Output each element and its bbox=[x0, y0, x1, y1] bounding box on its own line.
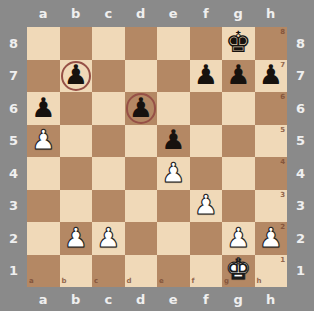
piece-black-pawn[interactable]: ♟ bbox=[31, 94, 55, 121]
file-labels-top: abcdefgh bbox=[27, 0, 287, 27]
rank-label-6: 6 bbox=[287, 92, 314, 125]
square-h4[interactable]: 4 bbox=[255, 157, 288, 190]
square-e6[interactable] bbox=[157, 92, 190, 125]
inner-rank-label-6: 6 bbox=[280, 94, 285, 101]
square-a8[interactable] bbox=[27, 27, 60, 60]
inner-file-label-c: c bbox=[94, 278, 98, 285]
square-d4[interactable] bbox=[125, 157, 158, 190]
square-e8[interactable] bbox=[157, 27, 190, 60]
square-c2[interactable]: ♟ bbox=[92, 222, 125, 255]
square-f4[interactable] bbox=[190, 157, 223, 190]
square-g2[interactable]: ♟ bbox=[222, 222, 255, 255]
square-b7[interactable]: ♟ bbox=[60, 60, 93, 93]
square-e1[interactable]: e bbox=[157, 255, 190, 288]
square-c5[interactable] bbox=[92, 125, 125, 158]
square-f6[interactable] bbox=[190, 92, 223, 125]
piece-black-pawn[interactable]: ♟ bbox=[226, 61, 250, 88]
file-label-f: f bbox=[190, 0, 223, 27]
square-c3[interactable] bbox=[92, 190, 125, 223]
square-a2[interactable] bbox=[27, 222, 60, 255]
square-g4[interactable] bbox=[222, 157, 255, 190]
rank-label-2: 2 bbox=[287, 222, 314, 255]
square-b6[interactable] bbox=[60, 92, 93, 125]
chess-diagram: abcdefgh abcdefgh 87654321 87654321 ♚8♟♟… bbox=[0, 0, 314, 311]
square-e7[interactable] bbox=[157, 60, 190, 93]
square-f1[interactable]: f bbox=[190, 255, 223, 288]
square-e4[interactable]: ♟ bbox=[157, 157, 190, 190]
inner-rank-label-3: 3 bbox=[280, 192, 285, 199]
square-a4[interactable] bbox=[27, 157, 60, 190]
file-label-e: e bbox=[157, 0, 190, 27]
square-h1[interactable]: 1h bbox=[255, 255, 288, 288]
square-e3[interactable] bbox=[157, 190, 190, 223]
square-g8[interactable]: ♚ bbox=[222, 27, 255, 60]
file-label-a: a bbox=[27, 0, 60, 27]
square-d3[interactable] bbox=[125, 190, 158, 223]
rank-label-6: 6 bbox=[0, 92, 27, 125]
inner-file-label-a: a bbox=[29, 278, 34, 285]
rank-label-1: 1 bbox=[287, 255, 314, 288]
square-b3[interactable] bbox=[60, 190, 93, 223]
inner-file-label-f: f bbox=[192, 278, 195, 285]
rank-labels-left: 87654321 bbox=[0, 27, 27, 287]
square-d8[interactable] bbox=[125, 27, 158, 60]
square-f2[interactable] bbox=[190, 222, 223, 255]
square-h8[interactable]: 8 bbox=[255, 27, 288, 60]
square-b4[interactable] bbox=[60, 157, 93, 190]
piece-white-pawn[interactable]: ♟ bbox=[259, 224, 283, 251]
rank-label-5: 5 bbox=[0, 125, 27, 158]
square-d2[interactable] bbox=[125, 222, 158, 255]
square-d6[interactable]: ♟ bbox=[125, 92, 158, 125]
square-c7[interactable] bbox=[92, 60, 125, 93]
square-c6[interactable] bbox=[92, 92, 125, 125]
square-a5[interactable]: ♟ bbox=[27, 125, 60, 158]
rank-label-3: 3 bbox=[0, 190, 27, 223]
file-label-e: e bbox=[157, 287, 190, 311]
square-h3[interactable]: 3 bbox=[255, 190, 288, 223]
piece-white-pawn[interactable]: ♟ bbox=[96, 224, 120, 251]
piece-black-king[interactable]: ♚ bbox=[225, 28, 251, 57]
file-label-c: c bbox=[92, 0, 125, 27]
square-h5[interactable]: 5 bbox=[255, 125, 288, 158]
rank-label-8: 8 bbox=[287, 27, 314, 60]
square-c1[interactable]: c bbox=[92, 255, 125, 288]
inner-rank-label-4: 4 bbox=[280, 159, 285, 166]
file-label-g: g bbox=[222, 0, 255, 27]
square-d5[interactable] bbox=[125, 125, 158, 158]
square-h7[interactable]: 7♟ bbox=[255, 60, 288, 93]
rank-label-3: 3 bbox=[287, 190, 314, 223]
file-labels-bottom: abcdefgh bbox=[27, 287, 287, 311]
rank-label-5: 5 bbox=[287, 125, 314, 158]
rank-label-1: 1 bbox=[0, 255, 27, 288]
square-b8[interactable] bbox=[60, 27, 93, 60]
piece-white-pawn[interactable]: ♟ bbox=[31, 126, 55, 153]
rank-label-2: 2 bbox=[0, 222, 27, 255]
inner-rank-label-1: 1 bbox=[280, 257, 285, 264]
square-g7[interactable]: ♟ bbox=[222, 60, 255, 93]
file-label-h: h bbox=[255, 0, 288, 27]
file-label-a: a bbox=[27, 287, 60, 311]
file-label-b: b bbox=[60, 287, 93, 311]
file-label-h: h bbox=[255, 287, 288, 311]
square-g3[interactable] bbox=[222, 190, 255, 223]
square-g6[interactable] bbox=[222, 92, 255, 125]
square-g1[interactable]: g♚ bbox=[222, 255, 255, 288]
piece-black-pawn[interactable]: ♟ bbox=[129, 94, 153, 121]
square-a1[interactable]: a bbox=[27, 255, 60, 288]
inner-rank-label-5: 5 bbox=[280, 127, 285, 134]
file-label-f: f bbox=[190, 287, 223, 311]
square-c8[interactable] bbox=[92, 27, 125, 60]
square-f5[interactable] bbox=[190, 125, 223, 158]
rank-label-8: 8 bbox=[0, 27, 27, 60]
inner-file-label-h: h bbox=[257, 278, 262, 285]
inner-rank-label-8: 8 bbox=[280, 29, 285, 36]
square-f3[interactable]: ♟ bbox=[190, 190, 223, 223]
square-f8[interactable] bbox=[190, 27, 223, 60]
piece-white-king[interactable]: ♚ bbox=[225, 255, 251, 284]
piece-black-pawn[interactable]: ♟ bbox=[64, 61, 88, 88]
file-label-b: b bbox=[60, 0, 93, 27]
rank-label-4: 4 bbox=[287, 157, 314, 190]
inner-file-label-e: e bbox=[159, 278, 164, 285]
rank-label-7: 7 bbox=[287, 60, 314, 93]
piece-white-pawn[interactable]: ♟ bbox=[226, 224, 250, 251]
inner-file-label-d: d bbox=[127, 278, 132, 285]
file-label-d: d bbox=[125, 0, 158, 27]
square-f7[interactable]: ♟ bbox=[190, 60, 223, 93]
square-h6[interactable]: 6 bbox=[255, 92, 288, 125]
piece-black-pawn[interactable]: ♟ bbox=[194, 61, 218, 88]
square-h2[interactable]: 2♟ bbox=[255, 222, 288, 255]
square-c4[interactable] bbox=[92, 157, 125, 190]
piece-white-pawn[interactable]: ♟ bbox=[194, 191, 218, 218]
rank-label-4: 4 bbox=[0, 157, 27, 190]
square-e5[interactable]: ♟ bbox=[157, 125, 190, 158]
square-b1[interactable]: b bbox=[60, 255, 93, 288]
square-d1[interactable]: d bbox=[125, 255, 158, 288]
square-b5[interactable] bbox=[60, 125, 93, 158]
piece-black-pawn[interactable]: ♟ bbox=[161, 126, 185, 153]
file-label-c: c bbox=[92, 287, 125, 311]
file-label-d: d bbox=[125, 287, 158, 311]
file-label-g: g bbox=[222, 287, 255, 311]
square-g5[interactable] bbox=[222, 125, 255, 158]
square-b2[interactable]: ♟ bbox=[60, 222, 93, 255]
piece-white-pawn[interactable]: ♟ bbox=[161, 159, 185, 186]
rank-label-7: 7 bbox=[0, 60, 27, 93]
piece-black-pawn[interactable]: ♟ bbox=[259, 61, 283, 88]
square-d7[interactable] bbox=[125, 60, 158, 93]
inner-file-label-b: b bbox=[62, 278, 67, 285]
rank-labels-right: 87654321 bbox=[287, 27, 314, 287]
square-a7[interactable] bbox=[27, 60, 60, 93]
board: ♚8♟♟♟7♟♟♟6♟♟5♟4♟3♟♟♟2♟abcdefg♚1h bbox=[27, 27, 287, 287]
square-a3[interactable] bbox=[27, 190, 60, 223]
square-a6[interactable]: ♟ bbox=[27, 92, 60, 125]
piece-white-pawn[interactable]: ♟ bbox=[64, 224, 88, 251]
square-e2[interactable] bbox=[157, 222, 190, 255]
